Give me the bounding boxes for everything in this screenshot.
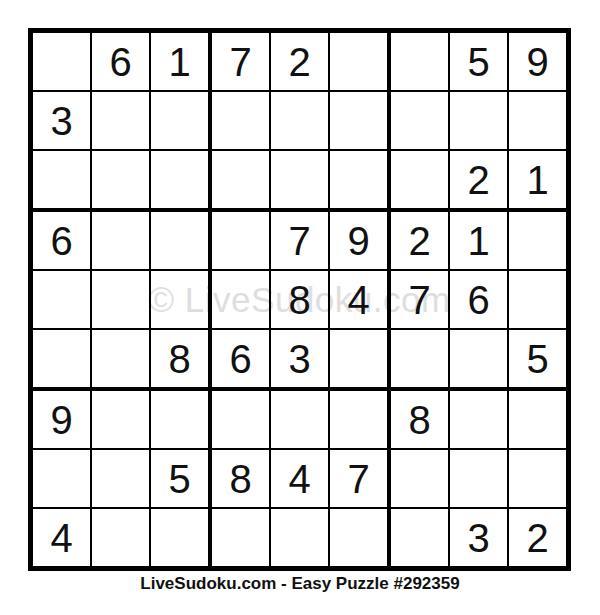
cell-r5c5[interactable]: 8: [271, 271, 330, 330]
board-row-1: 617259: [33, 33, 566, 92]
cell-r6c9[interactable]: 5: [509, 330, 566, 391]
cell-r5c6[interactable]: 4: [330, 271, 391, 330]
board-row-8: 5847: [33, 450, 566, 509]
cell-r7c7[interactable]: 8: [391, 391, 450, 450]
cell-r9c3[interactable]: [151, 509, 212, 566]
cell-r2c9[interactable]: [509, 92, 566, 151]
cell-r2c3[interactable]: [151, 92, 212, 151]
cell-r3c3[interactable]: [151, 151, 212, 212]
cell-r1c4[interactable]: 7: [212, 33, 271, 92]
cell-r3c1[interactable]: [33, 151, 92, 212]
cell-r8c5[interactable]: 4: [271, 450, 330, 509]
cell-r8c8[interactable]: [450, 450, 509, 509]
cell-r7c8[interactable]: [450, 391, 509, 450]
board-row-5: 8476: [33, 271, 566, 330]
cell-r6c2[interactable]: [92, 330, 151, 391]
cell-r4c8[interactable]: 1: [450, 212, 509, 271]
cell-r3c5[interactable]: [271, 151, 330, 212]
cell-r7c2[interactable]: [92, 391, 151, 450]
cell-r2c5[interactable]: [271, 92, 330, 151]
cell-r2c1[interactable]: 3: [33, 92, 92, 151]
cell-r2c2[interactable]: [92, 92, 151, 151]
cell-r4c4[interactable]: [212, 212, 271, 271]
cell-r4c9[interactable]: [509, 212, 566, 271]
cell-r1c3[interactable]: 1: [151, 33, 212, 92]
cell-r2c6[interactable]: [330, 92, 391, 151]
cell-r5c4[interactable]: [212, 271, 271, 330]
sudoku-page: © LiveSudoku.com 61725932167921847686359…: [0, 0, 600, 615]
cell-r4c5[interactable]: 7: [271, 212, 330, 271]
cell-r1c2[interactable]: 6: [92, 33, 151, 92]
cell-r7c4[interactable]: [212, 391, 271, 450]
cell-r6c6[interactable]: [330, 330, 391, 391]
cell-r7c3[interactable]: [151, 391, 212, 450]
caption: LiveSudoku.com - Easy Puzzle #292359: [0, 574, 600, 594]
board-row-4: 67921: [33, 212, 566, 271]
cell-r3c9[interactable]: 1: [509, 151, 566, 212]
cell-r6c3[interactable]: 8: [151, 330, 212, 391]
cell-r5c7[interactable]: 7: [391, 271, 450, 330]
sudoku-board: © LiveSudoku.com 61725932167921847686359…: [28, 28, 571, 571]
cell-r4c7[interactable]: 2: [391, 212, 450, 271]
cell-r1c1[interactable]: [33, 33, 92, 92]
cell-r7c9[interactable]: [509, 391, 566, 450]
cell-r7c6[interactable]: [330, 391, 391, 450]
cell-r3c4[interactable]: [212, 151, 271, 212]
cell-r3c7[interactable]: [391, 151, 450, 212]
cell-r5c8[interactable]: 6: [450, 271, 509, 330]
cell-r9c8[interactable]: 3: [450, 509, 509, 566]
board-row-7: 98: [33, 391, 566, 450]
cell-r9c7[interactable]: [391, 509, 450, 566]
cell-r4c2[interactable]: [92, 212, 151, 271]
cell-r9c5[interactable]: [271, 509, 330, 566]
cell-r5c2[interactable]: [92, 271, 151, 330]
cell-r6c1[interactable]: [33, 330, 92, 391]
cell-r2c8[interactable]: [450, 92, 509, 151]
cell-r5c9[interactable]: [509, 271, 566, 330]
cell-r2c4[interactable]: [212, 92, 271, 151]
cell-r8c6[interactable]: 7: [330, 450, 391, 509]
cell-r6c8[interactable]: [450, 330, 509, 391]
sudoku-grid: 6172593216792184768635985847432: [33, 33, 566, 566]
cell-r1c9[interactable]: 9: [509, 33, 566, 92]
cell-r8c1[interactable]: [33, 450, 92, 509]
cell-r8c3[interactable]: 5: [151, 450, 212, 509]
cell-r9c9[interactable]: 2: [509, 509, 566, 566]
cell-r4c6[interactable]: 9: [330, 212, 391, 271]
board-row-3: 21: [33, 151, 566, 212]
cell-r5c1[interactable]: [33, 271, 92, 330]
cell-r8c7[interactable]: [391, 450, 450, 509]
cell-r4c3[interactable]: [151, 212, 212, 271]
cell-r2c7[interactable]: [391, 92, 450, 151]
cell-r7c1[interactable]: 9: [33, 391, 92, 450]
cell-r6c7[interactable]: [391, 330, 450, 391]
cell-r3c6[interactable]: [330, 151, 391, 212]
cell-r5c3[interactable]: [151, 271, 212, 330]
board-row-2: 3: [33, 92, 566, 151]
cell-r8c9[interactable]: [509, 450, 566, 509]
cell-r6c4[interactable]: 6: [212, 330, 271, 391]
cell-r7c5[interactable]: [271, 391, 330, 450]
cell-r8c4[interactable]: 8: [212, 450, 271, 509]
cell-r1c8[interactable]: 5: [450, 33, 509, 92]
cell-r3c2[interactable]: [92, 151, 151, 212]
cell-r9c2[interactable]: [92, 509, 151, 566]
cell-r8c2[interactable]: [92, 450, 151, 509]
cell-r9c1[interactable]: 4: [33, 509, 92, 566]
cell-r9c6[interactable]: [330, 509, 391, 566]
cell-r6c5[interactable]: 3: [271, 330, 330, 391]
cell-r9c4[interactable]: [212, 509, 271, 566]
cell-r1c7[interactable]: [391, 33, 450, 92]
cell-r3c8[interactable]: 2: [450, 151, 509, 212]
cell-r1c6[interactable]: [330, 33, 391, 92]
cell-r4c1[interactable]: 6: [33, 212, 92, 271]
board-row-9: 432: [33, 509, 566, 566]
board-row-6: 8635: [33, 330, 566, 391]
cell-r1c5[interactable]: 2: [271, 33, 330, 92]
